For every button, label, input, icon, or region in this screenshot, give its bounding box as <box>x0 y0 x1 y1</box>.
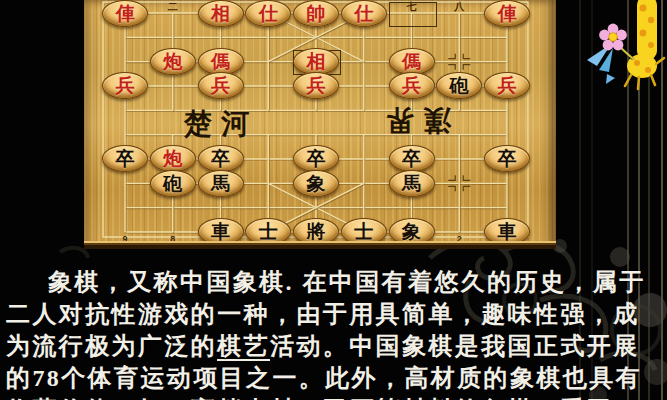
piece-red-chariot[interactable]: 俥 <box>484 0 530 27</box>
board-bottom-edge <box>84 241 556 249</box>
piece-red-advisor[interactable]: 仕 <box>341 0 387 27</box>
text-segment: 的78个体育运动项目之一。此外，高材质的象棋也具有 <box>6 365 642 391</box>
article-text: 象棋，又称中国象棋. 在中国有着悠久的历史，属于二人对抗性游戏的一种，由于用具简… <box>6 266 666 400</box>
text-segment: 活动。中国象棋是我国正式开展 <box>270 333 640 359</box>
text-line: 为流行极为广泛的棋艺活动。中国象棋是我国正式开展 <box>6 330 666 362</box>
piece-black-horse[interactable]: 馬 <box>389 170 435 197</box>
river-label-right: 漢界 <box>377 105 452 136</box>
slide: { "game": "xiangqi (Chinese chess)", "or… <box>0 0 667 400</box>
last-move-marker <box>389 2 437 27</box>
piece-red-elephant[interactable]: 相 <box>198 0 244 27</box>
piece-red-elephant[interactable]: 相 <box>293 48 339 75</box>
board-grid: 楚河 漢界 <box>84 0 556 243</box>
underlined-term: 棋艺 <box>217 333 270 361</box>
piece-black-elephant[interactable]: 象 <box>293 170 339 197</box>
piece-red-horse[interactable]: 傌 <box>198 48 244 75</box>
piece-red-chariot[interactable]: 俥 <box>102 0 148 27</box>
giraffe-with-flower-wand-icon <box>585 0 667 96</box>
text-line: 二人对抗性游戏的一种，由于用具简单，趣味性强，成 <box>6 298 666 330</box>
piece-black-cannon[interactable]: 砲 <box>150 170 196 197</box>
piece-red-advisor[interactable]: 仕 <box>245 0 291 27</box>
text-line: 的78个体育运动项目之一。此外，高材质的象棋也具有 <box>6 362 666 394</box>
text-line: 收藏价值，如：高档木材，玉石等材料的象棋，手工 <box>6 394 666 400</box>
file-label-top: 二 <box>168 0 178 14</box>
text-segment: 为流行极为广泛的 <box>6 333 217 359</box>
river-label-left: 楚河 <box>183 108 258 139</box>
xiangqi-board[interactable]: 楚河 漢界 一二三四五六七八九987654321俥相仕帥仕俥炮傌相傌兵兵兵兵砲兵… <box>84 0 556 249</box>
piece-red-general[interactable]: 帥 <box>293 0 339 27</box>
piece-black-horse[interactable]: 馬 <box>198 170 244 197</box>
text-segment: 象棋，又称中国象棋. 在中国有着悠久的历史，属于 <box>48 269 646 295</box>
file-label-top: 八 <box>454 0 464 14</box>
piece-red-horse[interactable]: 傌 <box>389 48 435 75</box>
text-segment: 二人对抗性游戏的一种，由于用具简单，趣味性强，成 <box>6 301 640 327</box>
piece-red-cannon[interactable]: 炮 <box>150 48 196 75</box>
text-line: 象棋，又称中国象棋. 在中国有着悠久的历史，属于 <box>6 266 666 298</box>
